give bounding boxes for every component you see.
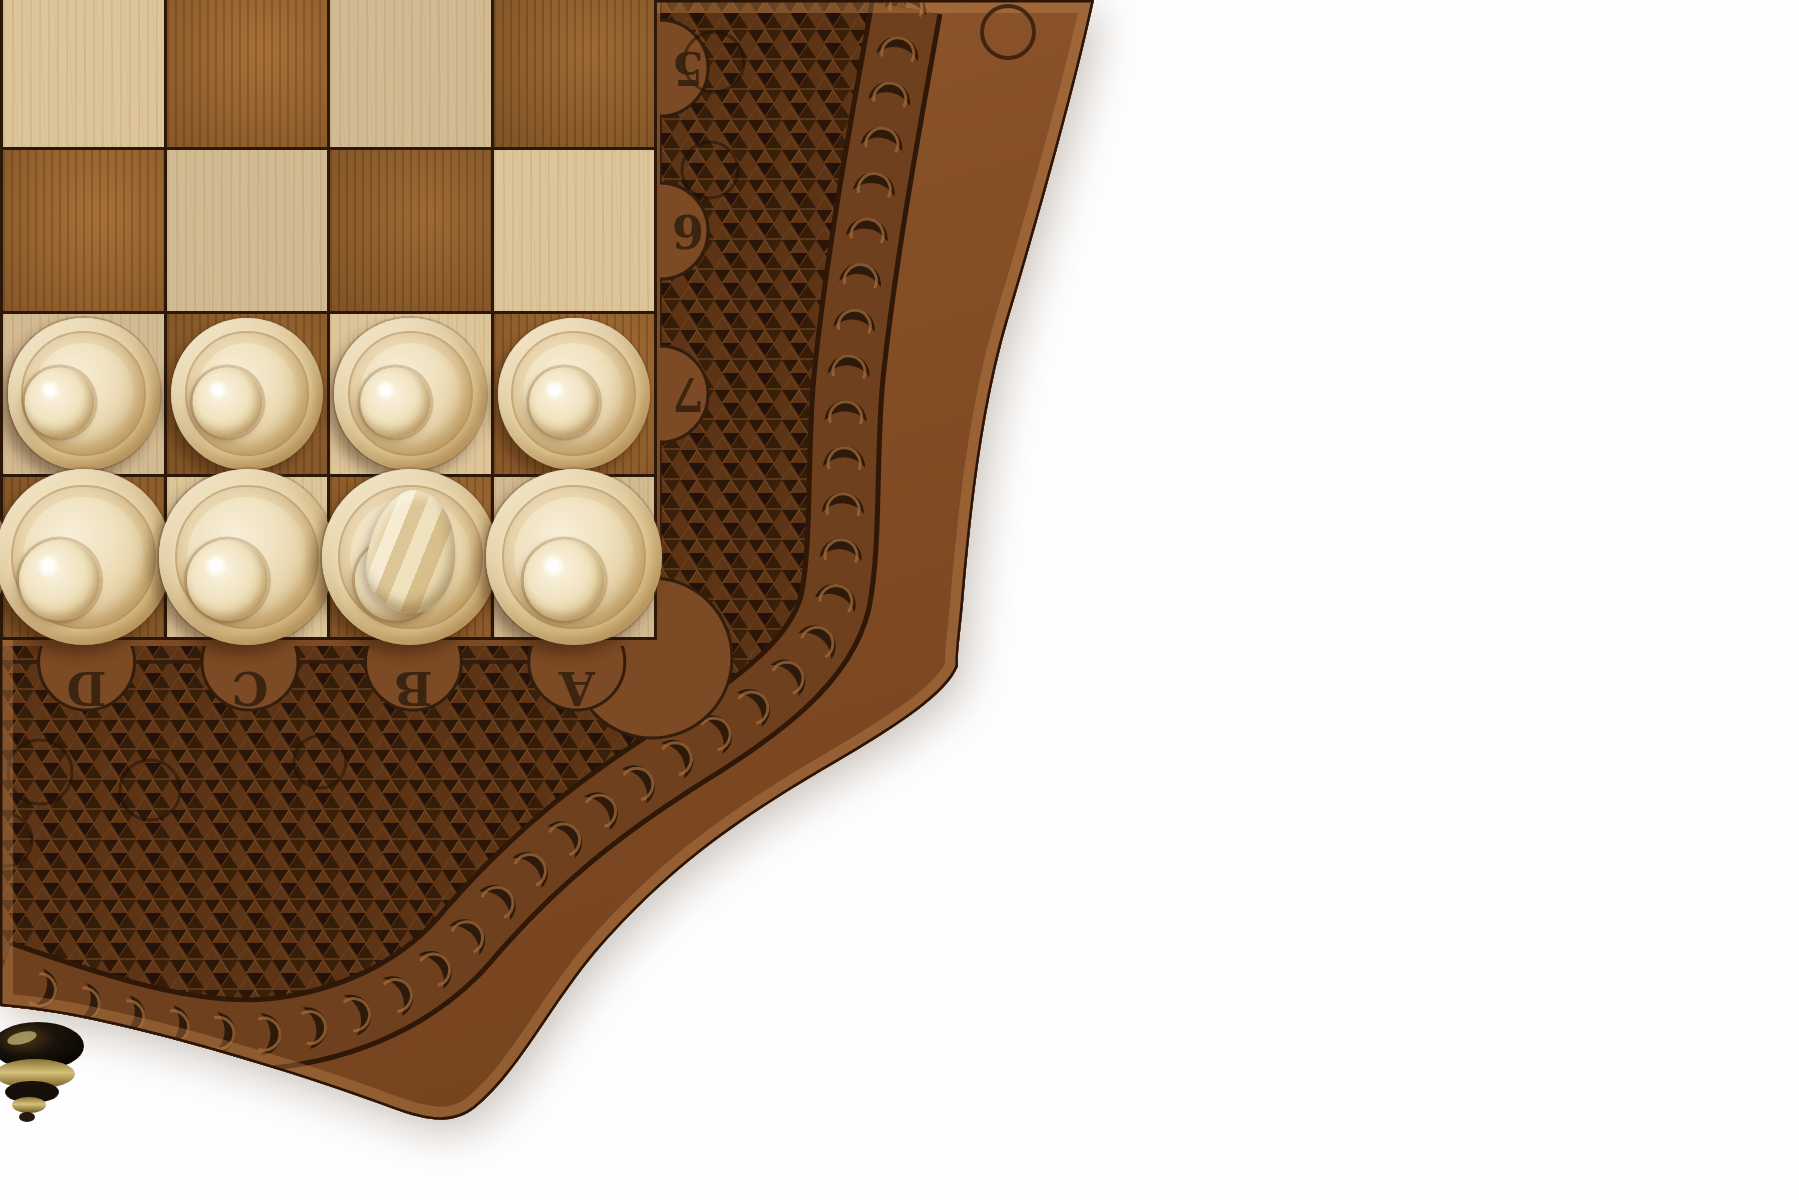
- photo-stage: 5 6 7 D C B A: [0, 0, 1799, 1200]
- chess-piece-c7[interactable]: [171, 318, 323, 470]
- chess-piece-b8[interactable]: [322, 469, 498, 645]
- brass-foot-knob: [0, 1022, 84, 1122]
- rank-label-6: 6: [672, 204, 704, 258]
- board-square-d6[interactable]: [3, 150, 163, 310]
- chess-piece-d7[interactable]: [8, 318, 160, 470]
- board-square-b6[interactable]: [330, 150, 490, 310]
- file-label-c: C: [232, 661, 269, 715]
- board-square-a6[interactable]: [494, 150, 654, 310]
- board-square-d5[interactable]: [3, 0, 163, 147]
- chess-piece-d8[interactable]: [0, 469, 172, 645]
- file-label-d: D: [67, 661, 107, 715]
- file-label-a: A: [558, 661, 596, 715]
- chess-piece-b7[interactable]: [334, 318, 486, 470]
- rank-label-7: 7: [672, 367, 704, 421]
- carved-knight-top: [361, 485, 463, 618]
- chess-piece-c8[interactable]: [159, 469, 335, 645]
- board-square-a5[interactable]: [494, 0, 654, 147]
- rank-label-5: 5: [672, 41, 704, 95]
- chess-piece-a8[interactable]: [486, 469, 662, 645]
- board-square-b5[interactable]: [330, 0, 490, 147]
- board-square-c6[interactable]: [167, 150, 327, 310]
- chess-piece-a7[interactable]: [498, 318, 650, 470]
- file-label-b: B: [394, 661, 433, 715]
- board-square-c5[interactable]: [167, 0, 327, 147]
